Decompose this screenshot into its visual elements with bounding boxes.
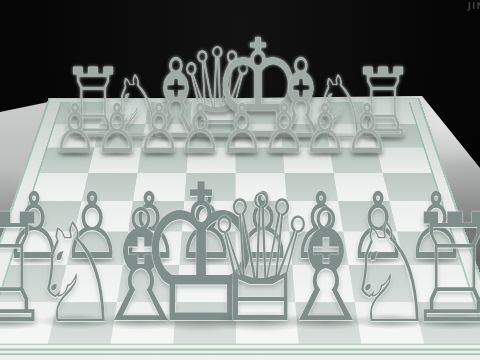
- piece-frosted-pawn[interactable]: ♙: [261, 95, 306, 163]
- piece-frosted-pawn[interactable]: ♙: [52, 95, 97, 163]
- piece-frosted-pawn[interactable]: ♙: [94, 95, 139, 163]
- watermark-text: JIN: [468, 1, 480, 11]
- piece-frosted-pawn[interactable]: ♙: [302, 95, 347, 163]
- photo-stage: ♖♘♗♕♔♗♘♖♙♙♙♙♙♙♙♙♙♙♙♙♙♙♙♙♖♘♗♔♕♗♘♖ JIN: [0, 0, 480, 360]
- pieces-layer: ♖♘♗♕♔♗♘♖♙♙♙♙♙♙♙♙♙♙♙♙♙♙♙♙♖♘♗♔♕♗♘♖: [0, 0, 480, 360]
- piece-frosted-pawn[interactable]: ♙: [344, 95, 389, 163]
- piece-clear-rook[interactable]: ♖: [405, 194, 480, 344]
